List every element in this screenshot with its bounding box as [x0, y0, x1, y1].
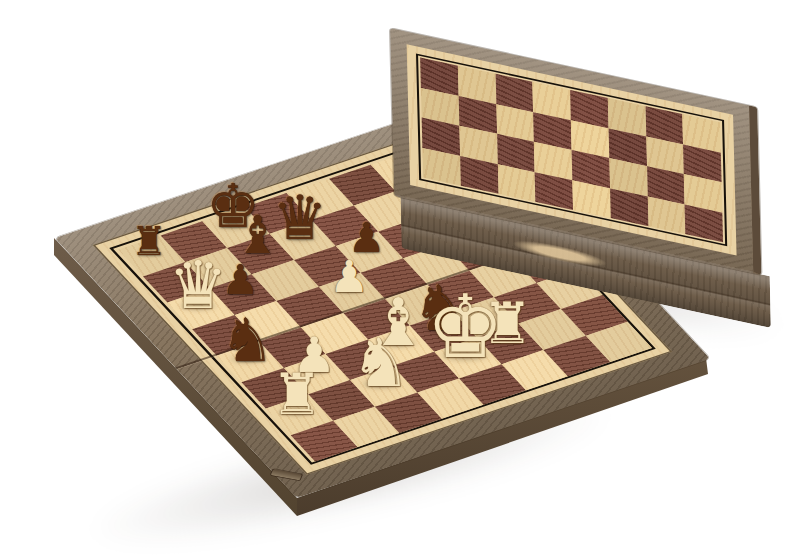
product-photo-scene: ♜♚♝♛♛♟♟♟♞♟♝♞♜♞♚♜: [0, 0, 800, 555]
